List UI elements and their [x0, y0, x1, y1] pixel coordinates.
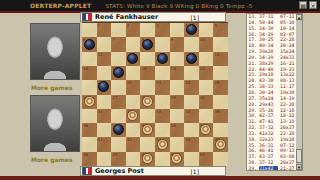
- square-number: 50: [200, 152, 205, 157]
- square-27[interactable]: 27: [111, 95, 126, 109]
- square-light[interactable]: [97, 123, 112, 137]
- square-5[interactable]: 5: [213, 23, 228, 37]
- square-light[interactable]: [170, 137, 185, 151]
- square-light[interactable]: [111, 23, 126, 37]
- square-light[interactable]: [184, 37, 199, 51]
- white-man-43[interactable]: [157, 139, 168, 150]
- square-number: 33: [156, 109, 161, 114]
- square-48[interactable]: 48: [140, 152, 155, 166]
- white-move[interactable]: 31x42: [259, 166, 278, 171]
- square-number: 9: [171, 37, 174, 42]
- white-man-38[interactable]: [142, 124, 153, 135]
- white-man-28[interactable]: [142, 96, 153, 107]
- square-47[interactable]: 47: [111, 152, 126, 166]
- close-icon[interactable]: ×: [309, 1, 317, 9]
- more-games-link-2[interactable]: More games: [31, 156, 81, 163]
- square-light[interactable]: [111, 137, 126, 151]
- square-light[interactable]: [97, 152, 112, 166]
- square-number: 23: [156, 80, 161, 85]
- square-13[interactable]: 13: [155, 52, 170, 66]
- move-number: 39.: [247, 166, 257, 171]
- square-light[interactable]: [97, 37, 112, 51]
- player-photo-top: [30, 23, 80, 80]
- square-light[interactable]: [213, 152, 228, 166]
- square-28[interactable]: 28: [140, 95, 155, 109]
- square-light[interactable]: [82, 52, 97, 66]
- square-number: 18: [141, 66, 146, 71]
- square-19[interactable]: 19: [170, 66, 185, 80]
- square-light[interactable]: [155, 37, 170, 51]
- black-man-37[interactable]: [113, 124, 124, 135]
- square-7[interactable]: 7: [111, 37, 126, 51]
- square-light[interactable]: [199, 52, 214, 66]
- square-light[interactable]: [170, 23, 185, 37]
- square-40[interactable]: 40: [199, 123, 214, 137]
- square-number: 19: [171, 66, 176, 71]
- square-light[interactable]: [82, 23, 97, 37]
- square-light[interactable]: [97, 95, 112, 109]
- square-light[interactable]: [111, 52, 126, 66]
- square-21[interactable]: 21: [97, 80, 112, 94]
- square-number: 2: [127, 23, 130, 28]
- square-23[interactable]: 23: [155, 80, 170, 94]
- square-light[interactable]: [155, 66, 170, 80]
- square-light[interactable]: [199, 80, 214, 94]
- square-12[interactable]: 12: [126, 52, 141, 66]
- scroll-down-icon[interactable]: ▼: [296, 164, 302, 170]
- square-49[interactable]: 49: [170, 152, 185, 166]
- square-31[interactable]: 31: [97, 109, 112, 123]
- square-3[interactable]: 3: [155, 23, 170, 37]
- square-number: 35: [214, 109, 219, 114]
- square-number: 20: [200, 66, 205, 71]
- titlebar-grid-icon[interactable]: ▤: [299, 1, 307, 9]
- square-36[interactable]: 36: [82, 123, 97, 137]
- square-light[interactable]: [213, 123, 228, 137]
- square-33[interactable]: 33: [155, 109, 170, 123]
- square-42[interactable]: 42: [126, 137, 141, 151]
- france-flag-icon: [82, 13, 92, 21]
- square-light[interactable]: [126, 123, 141, 137]
- draughts-board[interactable]: 1234567891011121314151617181920212223242…: [82, 22, 228, 166]
- black-man-6[interactable]: [84, 39, 95, 50]
- square-4[interactable]: 4: [184, 23, 199, 37]
- square-15[interactable]: 15: [213, 52, 228, 66]
- square-44[interactable]: 44: [184, 137, 199, 151]
- square-number: 31: [98, 109, 103, 114]
- square-number: 25: [214, 80, 219, 85]
- player-bar-top: René Fankhauser [1]: [80, 12, 226, 22]
- square-light[interactable]: [111, 109, 126, 123]
- square-light[interactable]: [82, 80, 97, 94]
- square-16[interactable]: 16: [82, 66, 97, 80]
- square-light[interactable]: [199, 109, 214, 123]
- square-light[interactable]: [184, 152, 199, 166]
- square-number: 10: [200, 37, 205, 42]
- square-light[interactable]: [140, 23, 155, 37]
- square-light[interactable]: [82, 137, 97, 151]
- square-37[interactable]: 37: [111, 123, 126, 137]
- square-number: 16: [83, 66, 88, 71]
- square-number: 36: [83, 123, 88, 128]
- scroll-up-icon[interactable]: ▲: [296, 14, 302, 20]
- move-row-39[interactable]: 39.31x4221-27: [247, 166, 302, 171]
- square-number: 30: [200, 95, 205, 100]
- square-45[interactable]: 45: [213, 137, 228, 151]
- square-number: 11: [98, 52, 103, 57]
- square-6[interactable]: 6: [82, 37, 97, 51]
- square-light[interactable]: [213, 66, 228, 80]
- square-number: 3: [156, 23, 159, 28]
- square-46[interactable]: 46: [82, 152, 97, 166]
- move-list-scrollbar[interactable]: ▲ ▼: [296, 14, 302, 170]
- square-light[interactable]: [184, 95, 199, 109]
- scrollbar-thumb[interactable]: [296, 149, 302, 163]
- black-man-4[interactable]: [186, 24, 197, 35]
- square-number: 44: [185, 137, 190, 142]
- player-name-bottom: Georges Post: [95, 167, 144, 175]
- square-light[interactable]: [184, 66, 199, 80]
- square-light[interactable]: [140, 109, 155, 123]
- square-35[interactable]: 35: [213, 109, 228, 123]
- white-man-49[interactable]: [171, 153, 182, 164]
- square-number: 5: [214, 23, 217, 28]
- square-light[interactable]: [126, 152, 141, 166]
- black-man-14[interactable]: [186, 53, 197, 64]
- square-light[interactable]: [140, 80, 155, 94]
- square-number: 34: [185, 109, 190, 114]
- square-9[interactable]: 9: [170, 37, 185, 51]
- square-number: 39: [171, 123, 176, 128]
- square-38[interactable]: 38: [140, 123, 155, 137]
- square-light[interactable]: [126, 95, 141, 109]
- draughts-applet-window: OERTERP-APPLET STATS: White 9 Black 9 WK…: [0, 0, 320, 180]
- player-photo-bottom: [30, 95, 80, 152]
- bottom-maroon-band: [0, 176, 320, 180]
- square-light[interactable]: [184, 123, 199, 137]
- square-50[interactable]: 50: [199, 152, 214, 166]
- square-number: 46: [83, 152, 88, 157]
- move-list[interactable]: 13.37-3107-1114.50-4405-1015.34-3010-141…: [246, 13, 303, 171]
- player-score-top: [1]: [191, 14, 200, 21]
- square-number: 29: [171, 95, 176, 100]
- square-number: 27: [112, 95, 117, 100]
- square-number: 47: [112, 152, 117, 157]
- square-24[interactable]: 24: [184, 80, 199, 94]
- white-man-48[interactable]: [142, 153, 153, 164]
- square-light[interactable]: [126, 37, 141, 51]
- square-number: 24: [185, 80, 190, 85]
- square-43[interactable]: 43: [155, 137, 170, 151]
- square-light[interactable]: [213, 95, 228, 109]
- black-man-13[interactable]: [157, 53, 168, 64]
- player-score-bottom: [1]: [191, 168, 200, 175]
- title-bar: OERTERP-APPLET STATS: White 9 Black 9 WK…: [0, 0, 320, 11]
- more-games-link-1[interactable]: More games: [31, 84, 81, 91]
- square-light[interactable]: [111, 80, 126, 94]
- black-man-12[interactable]: [127, 53, 138, 64]
- square-17[interactable]: 17: [111, 66, 126, 80]
- square-light[interactable]: [140, 137, 155, 151]
- square-light[interactable]: [199, 137, 214, 151]
- player-name-top: René Fankhauser: [95, 13, 158, 21]
- square-2[interactable]: 2: [126, 23, 141, 37]
- square-25[interactable]: 25: [213, 80, 228, 94]
- square-20[interactable]: 20: [199, 66, 214, 80]
- square-39[interactable]: 39: [170, 123, 185, 137]
- black-man-8[interactable]: [142, 39, 153, 50]
- square-light[interactable]: [140, 52, 155, 66]
- white-man-32[interactable]: [127, 110, 138, 121]
- stats-text: STATS: White 9 Black 9 WKing 0 BKing 0 T…: [105, 3, 252, 9]
- square-number: 41: [98, 137, 103, 142]
- player-bar-bottom: Georges Post [1]: [80, 166, 226, 176]
- square-29[interactable]: 29: [170, 95, 185, 109]
- square-number: 42: [127, 137, 132, 142]
- square-18[interactable]: 18: [140, 66, 155, 80]
- france-flag-icon: [82, 167, 92, 175]
- square-30[interactable]: 30: [199, 95, 214, 109]
- square-light[interactable]: [170, 52, 185, 66]
- square-light[interactable]: [155, 152, 170, 166]
- square-14[interactable]: 14: [184, 52, 199, 66]
- square-light[interactable]: [126, 66, 141, 80]
- black-man-21[interactable]: [98, 81, 109, 92]
- white-man-45[interactable]: [215, 139, 226, 150]
- square-11[interactable]: 11: [97, 52, 112, 66]
- square-light[interactable]: [199, 23, 214, 37]
- square-41[interactable]: 41: [97, 137, 112, 151]
- white-man-26[interactable]: [84, 96, 95, 107]
- app-title: OERTERP-APPLET: [30, 2, 91, 9]
- square-22[interactable]: 22: [126, 80, 141, 94]
- square-light[interactable]: [82, 109, 97, 123]
- square-10[interactable]: 10: [199, 37, 214, 51]
- black-man-17[interactable]: [113, 67, 124, 78]
- square-34[interactable]: 34: [184, 109, 199, 123]
- white-man-40[interactable]: [200, 124, 211, 135]
- square-light[interactable]: [170, 109, 185, 123]
- square-number: 7: [112, 37, 115, 42]
- square-light[interactable]: [97, 66, 112, 80]
- square-light[interactable]: [155, 123, 170, 137]
- square-8[interactable]: 8: [140, 37, 155, 51]
- square-light[interactable]: [213, 37, 228, 51]
- square-32[interactable]: 32: [126, 109, 141, 123]
- square-number: 22: [127, 80, 132, 85]
- square-number: 1: [98, 23, 101, 28]
- square-light[interactable]: [170, 80, 185, 94]
- square-number: 15: [214, 52, 219, 57]
- square-26[interactable]: 26: [82, 95, 97, 109]
- square-light[interactable]: [155, 95, 170, 109]
- square-1[interactable]: 1: [97, 23, 112, 37]
